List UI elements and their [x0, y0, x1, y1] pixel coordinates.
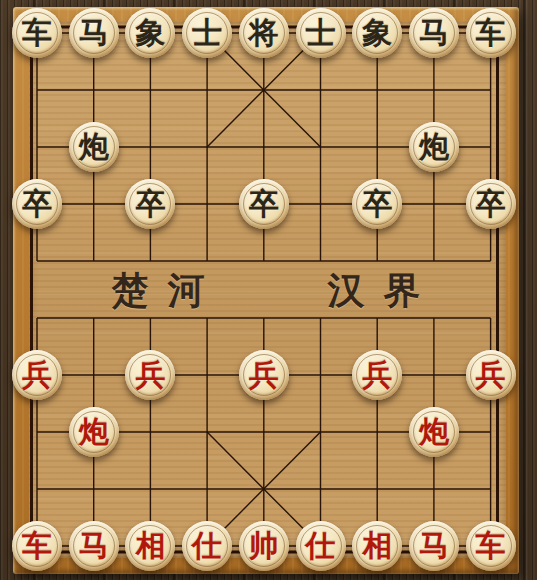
piece-label: 炮 — [79, 407, 109, 457]
piece-label: 兵 — [22, 350, 52, 400]
piece-red-advisor[interactable]: 仕 — [182, 521, 232, 571]
pieces-layer: 车马象士将士象马车炮炮卒卒卒卒卒兵兵兵兵兵炮炮车马相仕帅仕相马车 — [0, 0, 537, 580]
piece-red-chariot[interactable]: 车 — [466, 521, 516, 571]
piece-label: 马 — [79, 8, 109, 58]
piece-black-elephant[interactable]: 象 — [125, 8, 175, 58]
piece-label: 马 — [419, 8, 449, 58]
piece-black-advisor[interactable]: 士 — [296, 8, 346, 58]
piece-red-chariot[interactable]: 车 — [12, 521, 62, 571]
piece-label: 车 — [22, 521, 52, 571]
xiangqi-app: 楚河 汉界 车马象士将士象马车炮炮卒卒卒卒卒兵兵兵兵兵炮炮车马相仕帅仕相马车 — [0, 0, 537, 580]
piece-black-advisor[interactable]: 士 — [182, 8, 232, 58]
piece-black-soldier[interactable]: 卒 — [352, 179, 402, 229]
piece-black-soldier[interactable]: 卒 — [12, 179, 62, 229]
piece-label: 车 — [22, 8, 52, 58]
piece-red-advisor[interactable]: 仕 — [296, 521, 346, 571]
piece-black-horse[interactable]: 马 — [409, 8, 459, 58]
piece-red-cannon[interactable]: 炮 — [409, 407, 459, 457]
piece-red-elephant[interactable]: 相 — [125, 521, 175, 571]
piece-black-elephant[interactable]: 象 — [352, 8, 402, 58]
piece-label: 士 — [192, 8, 222, 58]
piece-label: 象 — [135, 8, 165, 58]
piece-red-horse[interactable]: 马 — [409, 521, 459, 571]
piece-red-soldier[interactable]: 兵 — [12, 350, 62, 400]
piece-black-cannon[interactable]: 炮 — [69, 122, 119, 172]
piece-black-horse[interactable]: 马 — [69, 8, 119, 58]
piece-black-chariot[interactable]: 车 — [12, 8, 62, 58]
piece-black-soldier[interactable]: 卒 — [239, 179, 289, 229]
piece-label: 仕 — [306, 521, 336, 571]
piece-black-soldier[interactable]: 卒 — [466, 179, 516, 229]
piece-label: 兵 — [362, 350, 392, 400]
piece-label: 兵 — [249, 350, 279, 400]
piece-label: 相 — [135, 521, 165, 571]
piece-label: 卒 — [135, 179, 165, 229]
piece-label: 象 — [362, 8, 392, 58]
piece-red-soldier[interactable]: 兵 — [466, 350, 516, 400]
piece-label: 炮 — [419, 407, 449, 457]
piece-red-soldier[interactable]: 兵 — [125, 350, 175, 400]
piece-red-cannon[interactable]: 炮 — [69, 407, 119, 457]
piece-label: 士 — [306, 8, 336, 58]
piece-red-elephant[interactable]: 相 — [352, 521, 402, 571]
piece-label: 兵 — [476, 350, 506, 400]
piece-label: 将 — [249, 8, 279, 58]
piece-label: 兵 — [135, 350, 165, 400]
piece-label: 帅 — [249, 521, 279, 571]
piece-black-soldier[interactable]: 卒 — [125, 179, 175, 229]
piece-red-horse[interactable]: 马 — [69, 521, 119, 571]
piece-red-soldier[interactable]: 兵 — [239, 350, 289, 400]
piece-label: 卒 — [249, 179, 279, 229]
piece-label: 卒 — [476, 179, 506, 229]
piece-label: 车 — [476, 521, 506, 571]
piece-black-general[interactable]: 将 — [239, 8, 289, 58]
piece-label: 相 — [362, 521, 392, 571]
piece-label: 炮 — [79, 122, 109, 172]
piece-label: 卒 — [362, 179, 392, 229]
piece-black-chariot[interactable]: 车 — [466, 8, 516, 58]
piece-black-cannon[interactable]: 炮 — [409, 122, 459, 172]
piece-label: 炮 — [419, 122, 449, 172]
piece-label: 仕 — [192, 521, 222, 571]
piece-label: 车 — [476, 8, 506, 58]
piece-red-general[interactable]: 帅 — [239, 521, 289, 571]
piece-label: 卒 — [22, 179, 52, 229]
piece-label: 马 — [79, 521, 109, 571]
piece-label: 马 — [419, 521, 449, 571]
piece-red-soldier[interactable]: 兵 — [352, 350, 402, 400]
